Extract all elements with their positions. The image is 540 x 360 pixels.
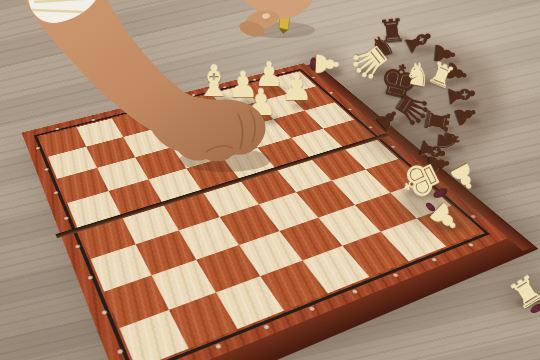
border-screw-dot — [214, 344, 221, 350]
border-screw-dot — [392, 273, 399, 278]
sleeve-stripes — [32, 0, 96, 12]
hand-shadow — [247, 22, 315, 38]
white-pawn[interactable]: ♟ — [311, 50, 342, 78]
white-rook[interactable]: ♜ — [504, 269, 540, 317]
border-screw-dot — [308, 306, 315, 311]
border-screw-dot — [262, 324, 269, 330]
border-screw-dot — [329, 91, 334, 93]
top-fingers — [238, 0, 312, 19]
border-screw-dot — [467, 243, 474, 247]
shirt-sleeve — [28, 0, 100, 23]
photo-scene: A child's hand sets up cream chess piece… — [0, 0, 540, 360]
border-screw-dot — [351, 289, 358, 294]
thumb — [238, 19, 267, 40]
white-pawn-e7[interactable]: ♟ — [221, 101, 254, 138]
border-screw-dot — [430, 258, 437, 263]
fingernail — [261, 13, 270, 20]
held-yellow-piece[interactable] — [279, 0, 292, 30]
held-piece-tip — [279, 28, 288, 34]
finger — [244, 8, 281, 33]
